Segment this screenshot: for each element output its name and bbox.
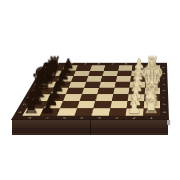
square <box>95 94 113 101</box>
square <box>91 108 110 116</box>
piece-bP: ♟ <box>41 99 56 116</box>
coordinate-label: a <box>161 108 168 116</box>
coordinate-label: h <box>161 65 167 70</box>
square <box>113 88 130 94</box>
front-edge-seam <box>90 120 91 135</box>
square <box>111 94 128 101</box>
square <box>60 101 79 108</box>
square: ♟ <box>126 108 144 116</box>
square <box>93 101 111 108</box>
square: ♝ <box>144 94 160 101</box>
square <box>118 65 133 70</box>
square <box>97 88 114 94</box>
square <box>110 101 128 108</box>
square: ♞ <box>143 101 160 108</box>
square: ♟ <box>128 94 145 101</box>
product-photo-scene: 87654321 87654321 hgfedcba hgfedcba ♜♟♟♜… <box>0 0 180 180</box>
square <box>76 65 92 70</box>
square: ♛ <box>144 88 160 94</box>
coordinate-label: b <box>161 101 168 108</box>
square: ♟ <box>50 88 68 94</box>
coordinate-label: c <box>161 94 167 101</box>
square <box>104 65 119 70</box>
square <box>66 88 84 94</box>
square: ♟ <box>127 101 144 108</box>
coordinate-strip-right: hgfedcba <box>161 65 168 115</box>
square: ♟ <box>132 65 146 70</box>
board-front-edge <box>12 120 168 135</box>
chess-board: 87654321 87654321 hgfedcba hgfedcba ♜♟♟♜… <box>11 63 169 120</box>
square: ♟ <box>129 88 145 94</box>
metal-clasp-icon <box>167 117 170 125</box>
square <box>108 108 126 116</box>
piece-wP: ♟ <box>127 99 142 116</box>
square: ♜ <box>143 108 160 116</box>
square: ♟ <box>43 101 63 108</box>
square: ♜ <box>146 65 160 70</box>
